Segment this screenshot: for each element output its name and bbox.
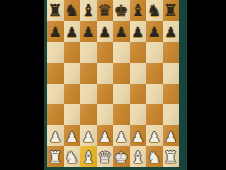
square-b4[interactable] bbox=[64, 84, 81, 105]
piece-white-pawn[interactable]: ♟ bbox=[82, 129, 95, 143]
square-e3[interactable] bbox=[113, 104, 130, 125]
square-e7[interactable]: ♟ bbox=[113, 21, 130, 42]
square-d5[interactable] bbox=[97, 63, 114, 84]
square-d8[interactable]: ♛ bbox=[97, 0, 114, 21]
square-b7[interactable]: ♟ bbox=[64, 21, 81, 42]
square-g4[interactable] bbox=[146, 84, 163, 105]
square-g5[interactable] bbox=[146, 63, 163, 84]
piece-black-pawn[interactable]: ♟ bbox=[164, 25, 177, 39]
square-a5[interactable] bbox=[47, 63, 64, 84]
square-c4[interactable] bbox=[80, 84, 97, 105]
piece-black-queen[interactable]: ♛ bbox=[98, 3, 112, 19]
piece-black-knight[interactable]: ♞ bbox=[147, 3, 161, 19]
piece-black-pawn[interactable]: ♟ bbox=[131, 25, 144, 39]
piece-black-pawn[interactable]: ♟ bbox=[82, 25, 95, 39]
square-b5[interactable] bbox=[64, 63, 81, 84]
square-c2[interactable]: ♟ bbox=[80, 125, 97, 146]
square-f2[interactable]: ♟ bbox=[130, 125, 147, 146]
piece-white-pawn[interactable]: ♟ bbox=[49, 129, 62, 143]
square-f3[interactable] bbox=[130, 104, 147, 125]
square-h7[interactable]: ♟ bbox=[163, 21, 180, 42]
piece-white-knight[interactable]: ♞ bbox=[65, 149, 79, 165]
square-b6[interactable] bbox=[64, 42, 81, 63]
piece-white-pawn[interactable]: ♟ bbox=[164, 129, 177, 143]
square-d7[interactable]: ♟ bbox=[97, 21, 114, 42]
square-g7[interactable]: ♟ bbox=[146, 21, 163, 42]
square-d4[interactable] bbox=[97, 84, 114, 105]
square-a3[interactable] bbox=[47, 104, 64, 125]
piece-black-pawn[interactable]: ♟ bbox=[98, 25, 111, 39]
square-a8[interactable]: ♜ bbox=[47, 0, 64, 21]
square-h8[interactable]: ♜ bbox=[163, 0, 180, 21]
piece-black-rook[interactable]: ♜ bbox=[48, 3, 62, 19]
piece-black-bishop[interactable]: ♝ bbox=[81, 3, 95, 19]
square-f4[interactable] bbox=[130, 84, 147, 105]
piece-black-pawn[interactable]: ♟ bbox=[115, 25, 128, 39]
square-g3[interactable] bbox=[146, 104, 163, 125]
square-f5[interactable] bbox=[130, 63, 147, 84]
square-c3[interactable] bbox=[80, 104, 97, 125]
piece-white-pawn[interactable]: ♟ bbox=[148, 129, 161, 143]
piece-white-pawn[interactable]: ♟ bbox=[115, 129, 128, 143]
piece-white-pawn[interactable]: ♟ bbox=[98, 129, 111, 143]
square-b1[interactable]: ♞ bbox=[64, 146, 81, 167]
piece-white-bishop[interactable]: ♝ bbox=[131, 149, 145, 165]
piece-black-pawn[interactable]: ♟ bbox=[148, 25, 161, 39]
piece-black-rook[interactable]: ♜ bbox=[164, 3, 178, 19]
square-c6[interactable] bbox=[80, 42, 97, 63]
square-d6[interactable] bbox=[97, 42, 114, 63]
square-b2[interactable]: ♟ bbox=[64, 125, 81, 146]
square-f8[interactable]: ♝ bbox=[130, 0, 147, 21]
square-h6[interactable] bbox=[163, 42, 180, 63]
square-h5[interactable] bbox=[163, 63, 180, 84]
square-a4[interactable] bbox=[47, 84, 64, 105]
square-g8[interactable]: ♞ bbox=[146, 0, 163, 21]
piece-black-pawn[interactable]: ♟ bbox=[49, 25, 62, 39]
square-a1[interactable]: ♜ bbox=[47, 146, 64, 167]
piece-black-king[interactable]: ♚ bbox=[114, 3, 128, 19]
square-a6[interactable] bbox=[47, 42, 64, 63]
square-h1[interactable]: ♜ bbox=[163, 146, 180, 167]
square-d3[interactable] bbox=[97, 104, 114, 125]
piece-black-bishop[interactable]: ♝ bbox=[131, 3, 145, 19]
square-e6[interactable] bbox=[113, 42, 130, 63]
piece-white-pawn[interactable]: ♟ bbox=[65, 129, 78, 143]
square-d1[interactable]: ♛ bbox=[97, 146, 114, 167]
square-a7[interactable]: ♟ bbox=[47, 21, 64, 42]
square-g1[interactable]: ♞ bbox=[146, 146, 163, 167]
square-h2[interactable]: ♟ bbox=[163, 125, 180, 146]
square-c5[interactable] bbox=[80, 63, 97, 84]
piece-white-pawn[interactable]: ♟ bbox=[131, 129, 144, 143]
square-f7[interactable]: ♟ bbox=[130, 21, 147, 42]
chess-board: ♜♞♝♛♚♝♞♜♟♟♟♟♟♟♟♟♟♟♟♟♟♟♟♟♜♞♝♛♚♝♞♜ bbox=[44, 0, 187, 170]
piece-white-queen[interactable]: ♛ bbox=[98, 149, 112, 165]
square-b8[interactable]: ♞ bbox=[64, 0, 81, 21]
square-h4[interactable] bbox=[163, 84, 180, 105]
piece-white-rook[interactable]: ♜ bbox=[48, 149, 62, 165]
square-f1[interactable]: ♝ bbox=[130, 146, 147, 167]
square-e5[interactable] bbox=[113, 63, 130, 84]
square-d2[interactable]: ♟ bbox=[97, 125, 114, 146]
square-f6[interactable] bbox=[130, 42, 147, 63]
square-g6[interactable] bbox=[146, 42, 163, 63]
square-e1[interactable]: ♚ bbox=[113, 146, 130, 167]
piece-black-knight[interactable]: ♞ bbox=[65, 3, 79, 19]
square-b3[interactable] bbox=[64, 104, 81, 125]
piece-white-knight[interactable]: ♞ bbox=[147, 149, 161, 165]
piece-white-rook[interactable]: ♜ bbox=[164, 149, 178, 165]
square-h3[interactable] bbox=[163, 104, 180, 125]
piece-white-king[interactable]: ♚ bbox=[114, 149, 128, 165]
square-c1[interactable]: ♝ bbox=[80, 146, 97, 167]
piece-black-pawn[interactable]: ♟ bbox=[65, 25, 78, 39]
screen: ♜♞♝♛♚♝♞♜♟♟♟♟♟♟♟♟♟♟♟♟♟♟♟♟♜♞♝♛♚♝♞♜ bbox=[0, 0, 226, 170]
piece-white-bishop[interactable]: ♝ bbox=[81, 149, 95, 165]
square-c8[interactable]: ♝ bbox=[80, 0, 97, 21]
square-g2[interactable]: ♟ bbox=[146, 125, 163, 146]
square-c7[interactable]: ♟ bbox=[80, 21, 97, 42]
square-a2[interactable]: ♟ bbox=[47, 125, 64, 146]
square-e8[interactable]: ♚ bbox=[113, 0, 130, 21]
square-e2[interactable]: ♟ bbox=[113, 125, 130, 146]
square-e4[interactable] bbox=[113, 84, 130, 105]
